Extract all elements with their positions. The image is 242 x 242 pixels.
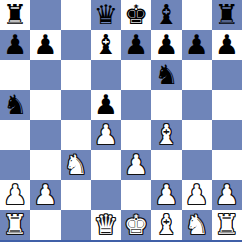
square-c2[interactable] bbox=[61, 180, 91, 210]
piece-white-pawn[interactable]: ♟ bbox=[33, 181, 57, 208]
piece-white-queen[interactable]: ♛ bbox=[94, 211, 118, 238]
square-a1[interactable]: ♜ bbox=[0, 210, 30, 240]
square-g3[interactable] bbox=[182, 150, 212, 180]
square-f7[interactable]: ♟ bbox=[151, 30, 181, 60]
piece-white-pawn[interactable]: ♟ bbox=[124, 151, 148, 178]
piece-white-bishop[interactable]: ♝ bbox=[154, 211, 178, 238]
square-b6[interactable] bbox=[30, 60, 60, 90]
piece-black-rook[interactable]: ♜ bbox=[215, 1, 239, 28]
piece-white-pawn[interactable]: ♟ bbox=[3, 181, 27, 208]
square-f2[interactable]: ♟ bbox=[151, 180, 181, 210]
square-g7[interactable]: ♟ bbox=[182, 30, 212, 60]
piece-white-rook[interactable]: ♜ bbox=[215, 211, 239, 238]
piece-black-king[interactable]: ♚ bbox=[124, 1, 148, 28]
piece-white-knight[interactable]: ♞ bbox=[185, 211, 209, 238]
square-g4[interactable] bbox=[182, 120, 212, 150]
piece-black-bishop[interactable]: ♝ bbox=[94, 31, 118, 58]
square-g1[interactable]: ♞ bbox=[182, 210, 212, 240]
square-e5[interactable] bbox=[121, 90, 151, 120]
square-b8[interactable] bbox=[30, 0, 60, 30]
square-c4[interactable] bbox=[61, 120, 91, 150]
square-h3[interactable] bbox=[212, 150, 242, 180]
piece-black-pawn[interactable]: ♟ bbox=[3, 31, 27, 58]
square-h2[interactable]: ♟ bbox=[212, 180, 242, 210]
square-d1[interactable]: ♛ bbox=[91, 210, 121, 240]
square-d4[interactable]: ♟ bbox=[91, 120, 121, 150]
square-e8[interactable]: ♚ bbox=[121, 0, 151, 30]
piece-white-rook[interactable]: ♜ bbox=[3, 211, 27, 238]
square-e3[interactable]: ♟ bbox=[121, 150, 151, 180]
square-h1[interactable]: ♜ bbox=[212, 210, 242, 240]
square-c7[interactable] bbox=[61, 30, 91, 60]
square-e4[interactable] bbox=[121, 120, 151, 150]
piece-black-queen[interactable]: ♛ bbox=[94, 1, 118, 28]
piece-black-pawn[interactable]: ♟ bbox=[215, 31, 239, 58]
square-b4[interactable] bbox=[30, 120, 60, 150]
piece-black-knight[interactable]: ♞ bbox=[154, 61, 178, 88]
square-b1[interactable] bbox=[30, 210, 60, 240]
square-f6[interactable]: ♞ bbox=[151, 60, 181, 90]
piece-white-pawn[interactable]: ♟ bbox=[215, 181, 239, 208]
piece-black-rook[interactable]: ♜ bbox=[3, 1, 27, 28]
square-a7[interactable]: ♟ bbox=[0, 30, 30, 60]
piece-black-knight[interactable]: ♞ bbox=[3, 91, 27, 118]
square-c5[interactable] bbox=[61, 90, 91, 120]
square-f5[interactable] bbox=[151, 90, 181, 120]
square-c6[interactable] bbox=[61, 60, 91, 90]
piece-white-pawn[interactable]: ♟ bbox=[154, 181, 178, 208]
square-f3[interactable] bbox=[151, 150, 181, 180]
square-e1[interactable]: ♚ bbox=[121, 210, 151, 240]
square-a5[interactable]: ♞ bbox=[0, 90, 30, 120]
square-h7[interactable]: ♟ bbox=[212, 30, 242, 60]
piece-white-pawn[interactable]: ♟ bbox=[185, 181, 209, 208]
square-e2[interactable] bbox=[121, 180, 151, 210]
square-b5[interactable] bbox=[30, 90, 60, 120]
square-h5[interactable] bbox=[212, 90, 242, 120]
square-c1[interactable] bbox=[61, 210, 91, 240]
square-g5[interactable] bbox=[182, 90, 212, 120]
piece-white-bishop[interactable]: ♝ bbox=[154, 121, 178, 148]
square-b2[interactable]: ♟ bbox=[30, 180, 60, 210]
square-e7[interactable]: ♟ bbox=[121, 30, 151, 60]
piece-black-pawn[interactable]: ♟ bbox=[185, 31, 209, 58]
square-f1[interactable]: ♝ bbox=[151, 210, 181, 240]
piece-black-pawn[interactable]: ♟ bbox=[33, 31, 57, 58]
square-a2[interactable]: ♟ bbox=[0, 180, 30, 210]
square-g6[interactable] bbox=[182, 60, 212, 90]
square-h8[interactable]: ♜ bbox=[212, 0, 242, 30]
square-h6[interactable] bbox=[212, 60, 242, 90]
square-e6[interactable] bbox=[121, 60, 151, 90]
square-g8[interactable] bbox=[182, 0, 212, 30]
square-c3[interactable]: ♞ bbox=[61, 150, 91, 180]
square-c8[interactable] bbox=[61, 0, 91, 30]
square-a4[interactable] bbox=[0, 120, 30, 150]
square-f8[interactable]: ♝ bbox=[151, 0, 181, 30]
piece-black-pawn[interactable]: ♟ bbox=[94, 91, 118, 118]
square-a8[interactable]: ♜ bbox=[0, 0, 30, 30]
piece-white-king[interactable]: ♚ bbox=[124, 211, 148, 238]
square-a6[interactable] bbox=[0, 60, 30, 90]
chess-board: ♜♛♚♝♜♟♟♝♟♟♟♟♞♞♟♟♝♞♟♟♟♟♟♟♜♛♚♝♞♜ bbox=[0, 0, 242, 242]
square-g2[interactable]: ♟ bbox=[182, 180, 212, 210]
square-a3[interactable] bbox=[0, 150, 30, 180]
piece-black-pawn[interactable]: ♟ bbox=[154, 31, 178, 58]
square-b7[interactable]: ♟ bbox=[30, 30, 60, 60]
square-f4[interactable]: ♝ bbox=[151, 120, 181, 150]
square-d5[interactable]: ♟ bbox=[91, 90, 121, 120]
piece-white-knight[interactable]: ♞ bbox=[64, 151, 88, 178]
square-d8[interactable]: ♛ bbox=[91, 0, 121, 30]
piece-black-pawn[interactable]: ♟ bbox=[124, 31, 148, 58]
piece-black-bishop[interactable]: ♝ bbox=[154, 1, 178, 28]
piece-white-pawn[interactable]: ♟ bbox=[94, 121, 118, 148]
square-d7[interactable]: ♝ bbox=[91, 30, 121, 60]
square-d6[interactable] bbox=[91, 60, 121, 90]
square-d2[interactable] bbox=[91, 180, 121, 210]
square-h4[interactable] bbox=[212, 120, 242, 150]
square-b3[interactable] bbox=[30, 150, 60, 180]
square-d3[interactable] bbox=[91, 150, 121, 180]
